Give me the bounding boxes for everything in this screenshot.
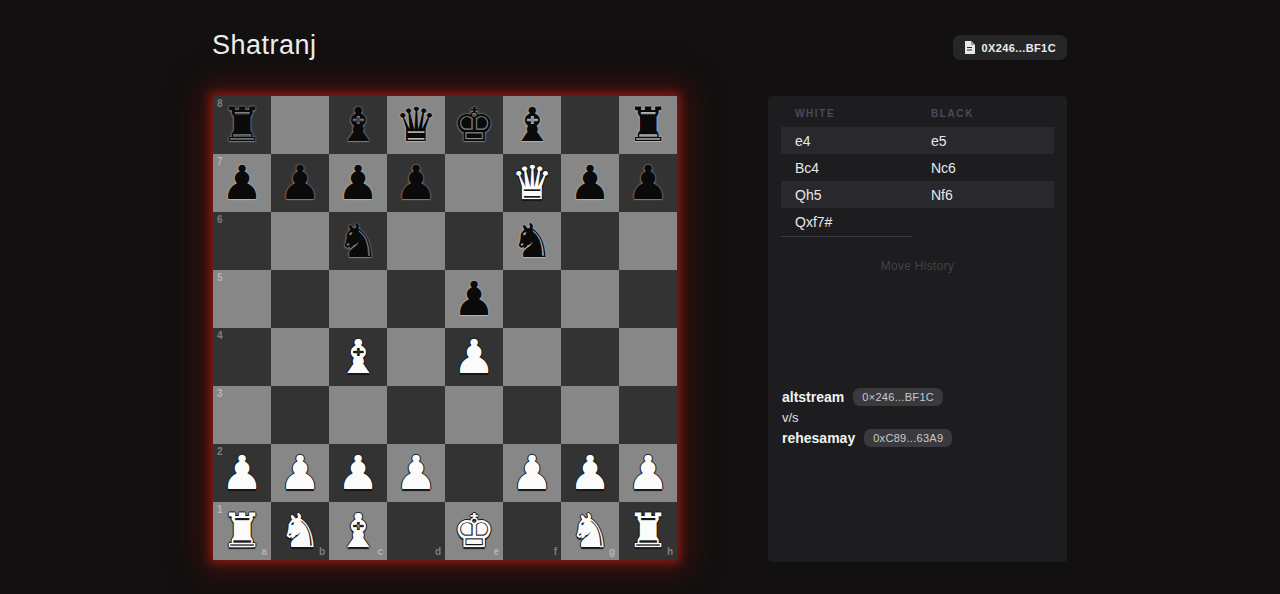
square-a8[interactable]: 8♜: [213, 96, 271, 154]
square-f3[interactable]: [503, 386, 561, 444]
piece-black-knight: ♞: [511, 212, 553, 270]
white-player-name: altstream: [782, 389, 844, 405]
move-row-3: Qh5Nf6: [781, 181, 1054, 208]
file-label-h: h: [667, 547, 673, 557]
square-c8[interactable]: ♝: [329, 96, 387, 154]
move-history-label: Move History: [768, 259, 1067, 273]
file-label-b: b: [319, 547, 325, 557]
piece-white-bishop: ♝: [337, 502, 379, 560]
square-b5[interactable]: [271, 270, 329, 328]
square-d2[interactable]: ♟: [387, 444, 445, 502]
square-h5[interactable]: [619, 270, 677, 328]
square-a5[interactable]: 5: [213, 270, 271, 328]
square-g8[interactable]: [561, 96, 619, 154]
piece-black-king: ♚: [453, 96, 495, 154]
move-row-4: Qxf7#: [781, 208, 1054, 235]
rank-label-4: 4: [217, 331, 223, 341]
piece-black-pawn: ♟: [569, 154, 611, 212]
black-player-name: rehesamay: [782, 430, 855, 446]
rank-label-8: 8: [217, 99, 223, 109]
square-f2[interactable]: ♟: [503, 444, 561, 502]
piece-black-rook: ♜: [627, 96, 669, 154]
square-f7[interactable]: ♛: [503, 154, 561, 212]
move-white-3: Qh5: [795, 187, 931, 203]
black-player-address-chip: 0xC89...63A9: [864, 429, 952, 447]
square-d5[interactable]: [387, 270, 445, 328]
square-e2[interactable]: [445, 444, 503, 502]
square-e8[interactable]: ♚: [445, 96, 503, 154]
square-a7[interactable]: 7♟: [213, 154, 271, 212]
square-a6[interactable]: 6: [213, 212, 271, 270]
square-h1[interactable]: h♜: [619, 502, 677, 560]
rank-label-3: 3: [217, 389, 223, 399]
square-h8[interactable]: ♜: [619, 96, 677, 154]
wallet-button-label: 0X246...BF1C: [981, 42, 1056, 54]
rank-label-5: 5: [217, 273, 223, 283]
square-g2[interactable]: ♟: [561, 444, 619, 502]
square-f5[interactable]: [503, 270, 561, 328]
piece-white-rook: ♜: [221, 502, 263, 560]
square-a2[interactable]: 2♟: [213, 444, 271, 502]
square-g1[interactable]: g♞: [561, 502, 619, 560]
piece-black-pawn: ♟: [279, 154, 321, 212]
square-c3[interactable]: [329, 386, 387, 444]
square-g4[interactable]: [561, 328, 619, 386]
piece-black-knight: ♞: [337, 212, 379, 270]
piece-white-pawn: ♟: [511, 444, 553, 502]
square-e5[interactable]: ♟: [445, 270, 503, 328]
wallet-button[interactable]: 0X246...BF1C: [953, 35, 1067, 60]
square-e7[interactable]: [445, 154, 503, 212]
square-a4[interactable]: 4: [213, 328, 271, 386]
square-b8[interactable]: [271, 96, 329, 154]
square-b2[interactable]: ♟: [271, 444, 329, 502]
move-black-2: Nc6: [931, 160, 956, 176]
square-e4[interactable]: ♟: [445, 328, 503, 386]
move-row-1: e4e5: [781, 127, 1054, 154]
square-b4[interactable]: [271, 328, 329, 386]
piece-white-pawn: ♟: [279, 444, 321, 502]
file-label-c: c: [377, 547, 383, 557]
square-c4[interactable]: ♝: [329, 328, 387, 386]
white-player-address-chip: 0×246...BF1C: [853, 388, 943, 406]
square-g5[interactable]: [561, 270, 619, 328]
rank-label-1: 1: [217, 505, 223, 515]
document-icon: [964, 41, 975, 54]
square-g7[interactable]: ♟: [561, 154, 619, 212]
square-h7[interactable]: ♟: [619, 154, 677, 212]
square-h4[interactable]: [619, 328, 677, 386]
page: { "game": "chess", "title": "Shatranj", …: [0, 0, 1280, 594]
piece-white-pawn: ♟: [627, 444, 669, 502]
move-white-2: Bc4: [795, 160, 931, 176]
square-h6[interactable]: [619, 212, 677, 270]
move-black-3: Nf6: [931, 187, 953, 203]
piece-black-bishop: ♝: [511, 96, 553, 154]
square-b1[interactable]: b♞: [271, 502, 329, 560]
square-e1[interactable]: e♚: [445, 502, 503, 560]
chess-board: 8♜♝♛♚♝♜7♟♟♟♟♛♟♟6♞♞5♟4♝♟32♟♟♟♟♟♟♟1a♜b♞c♝d…: [213, 96, 677, 560]
piece-white-pawn: ♟: [395, 444, 437, 502]
square-g6[interactable]: [561, 212, 619, 270]
rank-label-7: 7: [217, 157, 223, 167]
move-list: e4e5Bc4Nc6Qh5Nf6Qxf7#: [768, 127, 1067, 235]
square-a1[interactable]: 1a♜: [213, 502, 271, 560]
move-table-header: WHITE BLACK: [781, 96, 1054, 127]
piece-white-pawn: ♟: [337, 444, 379, 502]
square-d7[interactable]: ♟: [387, 154, 445, 212]
square-c6[interactable]: ♞: [329, 212, 387, 270]
square-b3[interactable]: [271, 386, 329, 444]
piece-black-pawn: ♟: [395, 154, 437, 212]
square-d4[interactable]: [387, 328, 445, 386]
piece-black-rook: ♜: [221, 96, 263, 154]
rank-label-6: 6: [217, 215, 223, 225]
piece-white-queen: ♛: [511, 154, 553, 212]
rank-label-2: 2: [217, 447, 223, 457]
piece-black-bishop: ♝: [337, 96, 379, 154]
square-a3[interactable]: 3: [213, 386, 271, 444]
square-f6[interactable]: ♞: [503, 212, 561, 270]
square-c7[interactable]: ♟: [329, 154, 387, 212]
move-white-4: Qxf7#: [795, 214, 931, 230]
square-h2[interactable]: ♟: [619, 444, 677, 502]
piece-white-king: ♚: [453, 502, 495, 560]
piece-black-pawn: ♟: [337, 154, 379, 212]
square-f8[interactable]: ♝: [503, 96, 561, 154]
square-c2[interactable]: ♟: [329, 444, 387, 502]
square-g3[interactable]: [561, 386, 619, 444]
square-c5[interactable]: [329, 270, 387, 328]
piece-white-pawn: ♟: [569, 444, 611, 502]
piece-white-rook: ♜: [627, 502, 669, 560]
square-b6[interactable]: [271, 212, 329, 270]
square-e6[interactable]: [445, 212, 503, 270]
square-f1[interactable]: f: [503, 502, 561, 560]
file-label-a: a: [261, 547, 267, 557]
file-label-d: d: [435, 547, 441, 557]
piece-white-bishop: ♝: [337, 328, 379, 386]
move-black-1: e5: [931, 133, 947, 149]
players-info: altstream 0×246...BF1C v/s rehesamay 0xC…: [782, 386, 1052, 449]
move-white-1: e4: [795, 133, 931, 149]
white-player-row: altstream 0×246...BF1C: [782, 386, 1052, 408]
move-row-2: Bc4Nc6: [781, 154, 1054, 181]
file-label-f: f: [554, 547, 557, 557]
square-h3[interactable]: [619, 386, 677, 444]
game-panel: WHITE BLACK e4e5Bc4Nc6Qh5Nf6Qxf7# Move H…: [768, 96, 1067, 562]
file-label-e: e: [493, 547, 499, 557]
square-c1[interactable]: c♝: [329, 502, 387, 560]
file-label-g: g: [609, 547, 615, 557]
square-d8[interactable]: ♛: [387, 96, 445, 154]
piece-black-pawn: ♟: [453, 270, 495, 328]
black-column-header: BLACK: [931, 108, 974, 119]
move-list-divider: [781, 236, 912, 237]
white-column-header: WHITE: [795, 108, 931, 119]
page-title: Shatranj: [212, 30, 317, 61]
versus-label: v/s: [782, 410, 1052, 425]
square-f4[interactable]: [503, 328, 561, 386]
piece-black-pawn: ♟: [627, 154, 669, 212]
square-d6[interactable]: [387, 212, 445, 270]
piece-white-pawn: ♟: [221, 444, 263, 502]
piece-white-knight: ♞: [569, 502, 611, 560]
black-player-row: rehesamay 0xC89...63A9: [782, 427, 1052, 449]
square-d3[interactable]: [387, 386, 445, 444]
square-e3[interactable]: [445, 386, 503, 444]
piece-black-pawn: ♟: [221, 154, 263, 212]
piece-white-pawn: ♟: [453, 328, 495, 386]
piece-black-queen: ♛: [395, 96, 437, 154]
square-d1[interactable]: d: [387, 502, 445, 560]
piece-white-knight: ♞: [279, 502, 321, 560]
square-b7[interactable]: ♟: [271, 154, 329, 212]
